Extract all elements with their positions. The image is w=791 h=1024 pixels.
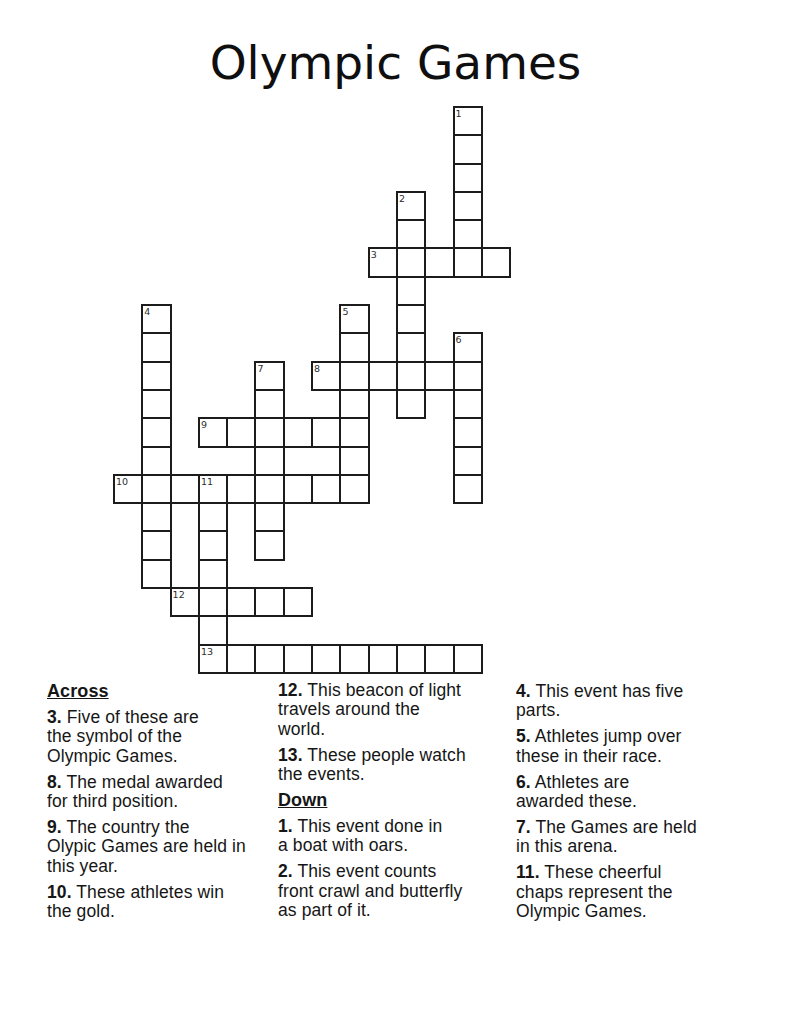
clue-number: 13. <box>278 745 303 765</box>
grid-cell-r4c12[interactable] <box>453 219 483 249</box>
grid-cell-r16c1[interactable] <box>141 559 171 589</box>
grid-cell-r11c5[interactable] <box>254 417 284 447</box>
clue-text: These cheerful chaps represent the Olymp… <box>516 862 673 921</box>
clues-column-middle: 12. This beacon of light travels around … <box>278 681 518 927</box>
cell-clue-number-5: 5 <box>342 306 348 317</box>
clue-down-5: 5. Athletes jump over these in their rac… <box>516 727 731 766</box>
grid-cell-r13c1[interactable] <box>141 474 171 504</box>
grid-cell-r17c5[interactable] <box>254 587 284 617</box>
grid-cell-r13c7[interactable] <box>311 474 341 504</box>
grid-cell-r14c1[interactable] <box>141 502 171 532</box>
cell-clue-number-13: 13 <box>201 646 213 657</box>
grid-cell-r13c8[interactable] <box>339 474 369 504</box>
grid-cell-r9c12[interactable] <box>453 361 483 391</box>
grid-cell-r8c12[interactable]: 6 <box>453 332 483 362</box>
cell-clue-number-12: 12 <box>173 589 185 600</box>
clue-number: 2. <box>278 861 293 881</box>
grid-cell-r14c5[interactable] <box>254 502 284 532</box>
clue-across-10: 10. These athletes win the gold. <box>47 883 277 922</box>
grid-cell-r5c9[interactable]: 3 <box>368 247 398 277</box>
clue-number: 6. <box>516 772 531 792</box>
grid-cell-r11c1[interactable] <box>141 417 171 447</box>
crossword-grid: 12345678910111213 <box>114 107 510 673</box>
grid-cell-r13c12[interactable] <box>453 474 483 504</box>
puzzle-title: Olympic Games <box>0 37 791 89</box>
clue-number: 3. <box>47 707 62 727</box>
clue-across-3: 3. Five of these are the symbol of the O… <box>47 708 277 766</box>
clue-text: This event counts front crawl and butter… <box>278 861 462 920</box>
grid-cell-r3c12[interactable] <box>453 191 483 221</box>
grid-cell-r12c1[interactable] <box>141 446 171 476</box>
grid-cell-r9c9[interactable] <box>368 361 398 391</box>
across-header: Across <box>47 682 277 701</box>
grid-cell-r5c13[interactable] <box>481 247 511 277</box>
grid-cell-r8c10[interactable] <box>396 332 426 362</box>
cell-clue-number-11: 11 <box>201 476 213 487</box>
cell-clue-number-7: 7 <box>257 363 263 374</box>
clue-text: This beacon of light travels around the … <box>278 680 461 739</box>
cell-clue-number-8: 8 <box>314 363 320 374</box>
grid-cell-r9c7[interactable]: 8 <box>311 361 341 391</box>
grid-cell-r8c8[interactable] <box>339 332 369 362</box>
grid-cell-r5c11[interactable] <box>424 247 454 277</box>
grid-cell-r0c12[interactable]: 1 <box>453 106 483 136</box>
grid-cell-r19c6[interactable] <box>283 644 313 674</box>
grid-cell-r17c3[interactable] <box>198 587 228 617</box>
grid-cell-r17c6[interactable] <box>283 587 313 617</box>
clue-text: This event done in a boat with oars. <box>278 816 442 855</box>
clue-text: Five of these are the symbol of the Olym… <box>47 707 199 766</box>
grid-cell-r7c1[interactable]: 4 <box>141 304 171 334</box>
grid-cell-r11c12[interactable] <box>453 417 483 447</box>
clue-text: The Games are held in this arena. <box>516 817 697 856</box>
grid-cell-r19c8[interactable] <box>339 644 369 674</box>
grid-cell-r19c7[interactable] <box>311 644 341 674</box>
grid-cell-r3c10[interactable]: 2 <box>396 191 426 221</box>
grid-cell-r19c11[interactable] <box>424 644 454 674</box>
grid-cell-r1c12[interactable] <box>453 134 483 164</box>
clue-number: 7. <box>516 817 531 837</box>
grid-cell-r13c2[interactable] <box>170 474 200 504</box>
clue-down-2: 2. This event counts front crawl and but… <box>278 862 518 920</box>
clue-number: 4. <box>516 681 531 701</box>
clue-across-12: 12. This beacon of light travels around … <box>278 681 518 739</box>
grid-cell-r17c4[interactable] <box>226 587 256 617</box>
clue-down-6: 6. Athletes are awarded these. <box>516 773 731 812</box>
clue-text: The country the Olypic Games are held in… <box>47 817 246 876</box>
grid-cell-r19c12[interactable] <box>453 644 483 674</box>
clue-number: 11. <box>516 862 540 882</box>
clue-number: 10. <box>47 882 72 902</box>
clue-down-4: 4. This event has five parts. <box>516 682 731 721</box>
cell-clue-number-1: 1 <box>456 108 462 119</box>
grid-cell-r18c3[interactable] <box>198 615 228 645</box>
grid-cell-r9c8[interactable] <box>339 361 369 391</box>
grid-cell-r4c10[interactable] <box>396 219 426 249</box>
grid-cell-r12c12[interactable] <box>453 446 483 476</box>
grid-cell-r9c11[interactable] <box>424 361 454 391</box>
grid-cell-r8c1[interactable] <box>141 332 171 362</box>
grid-cell-r10c5[interactable] <box>254 389 284 419</box>
crossword-worksheet: Olympic Games 12345678910111213 Across3.… <box>0 0 791 1024</box>
down-header: Down <box>278 791 518 810</box>
grid-cell-r13c0[interactable]: 10 <box>113 474 143 504</box>
clue-text: This event has five parts. <box>516 681 683 720</box>
grid-cell-r7c10[interactable] <box>396 304 426 334</box>
clue-number: 12. <box>278 680 303 700</box>
grid-cell-r9c1[interactable] <box>141 361 171 391</box>
grid-cell-r11c7[interactable] <box>311 417 341 447</box>
clue-across-8: 8. The medal awarded for third position. <box>47 773 277 812</box>
clue-across-9: 9. The country the Olypic Games are held… <box>47 818 277 876</box>
clue-across-13: 13. These people watch the events. <box>278 746 518 785</box>
cell-clue-number-4: 4 <box>144 306 150 317</box>
cell-clue-number-3: 3 <box>371 249 377 260</box>
grid-cell-r19c5[interactable] <box>254 644 284 674</box>
clue-text: Athletes are awarded these. <box>516 772 637 811</box>
clue-down-11: 11. These cheerful chaps represent the O… <box>516 863 731 921</box>
grid-cell-r15c1[interactable] <box>141 530 171 560</box>
grid-cell-r6c10[interactable] <box>396 276 426 306</box>
cell-clue-number-2: 2 <box>399 193 405 204</box>
grid-cell-r11c3[interactable]: 9 <box>198 417 228 447</box>
grid-cell-r11c4[interactable] <box>226 417 256 447</box>
grid-cell-r7c8[interactable]: 5 <box>339 304 369 334</box>
grid-cell-r15c5[interactable] <box>254 530 284 560</box>
clue-number: 5. <box>516 726 531 746</box>
grid-cell-r14c3[interactable] <box>198 502 228 532</box>
grid-cell-r9c10[interactable] <box>396 361 426 391</box>
grid-cell-r5c12[interactable] <box>453 247 483 277</box>
grid-cell-r10c10[interactable] <box>396 389 426 419</box>
grid-cell-r5c10[interactable] <box>396 247 426 277</box>
clue-down-1: 1. This event done in a boat with oars. <box>278 817 518 856</box>
cell-clue-number-9: 9 <box>201 419 207 430</box>
grid-cell-r13c4[interactable] <box>226 474 256 504</box>
grid-cell-r10c1[interactable] <box>141 389 171 419</box>
grid-cell-r2c12[interactable] <box>453 163 483 193</box>
grid-cell-r10c8[interactable] <box>339 389 369 419</box>
grid-cell-r11c8[interactable] <box>339 417 369 447</box>
grid-cell-r12c5[interactable] <box>254 446 284 476</box>
grid-cell-r12c8[interactable] <box>339 446 369 476</box>
cell-clue-number-10: 10 <box>116 476 128 487</box>
grid-cell-r15c3[interactable] <box>198 530 228 560</box>
grid-cell-r16c3[interactable] <box>198 559 228 589</box>
clue-text: The medal awarded for third position. <box>47 772 223 811</box>
grid-cell-r17c2[interactable]: 12 <box>170 587 200 617</box>
grid-cell-r13c6[interactable] <box>283 474 313 504</box>
grid-cell-r19c3[interactable]: 13 <box>198 644 228 674</box>
grid-cell-r13c5[interactable] <box>254 474 284 504</box>
clue-number: 9. <box>47 817 62 837</box>
grid-cell-r10c12[interactable] <box>453 389 483 419</box>
grid-cell-r19c10[interactable] <box>396 644 426 674</box>
grid-cell-r13c3[interactable]: 11 <box>198 474 228 504</box>
clue-text: These athletes win the gold. <box>47 882 224 921</box>
clue-down-7: 7. The Games are held in this arena. <box>516 818 731 857</box>
cell-clue-number-6: 6 <box>456 334 462 345</box>
clue-text: These people watch the events. <box>278 745 466 784</box>
clue-number: 1. <box>278 816 293 836</box>
grid-cell-r11c6[interactable] <box>283 417 313 447</box>
clue-number: 8. <box>47 772 62 792</box>
grid-cell-r9c5[interactable]: 7 <box>254 361 284 391</box>
clue-text: Athletes jump over these in their race. <box>516 726 682 765</box>
grid-cell-r19c9[interactable] <box>368 644 398 674</box>
clues-column-left: Across3. Five of these are the symbol of… <box>47 682 277 928</box>
grid-cell-r19c4[interactable] <box>226 644 256 674</box>
clues-column-right: 4. This event has five parts.5. Athletes… <box>516 682 731 928</box>
